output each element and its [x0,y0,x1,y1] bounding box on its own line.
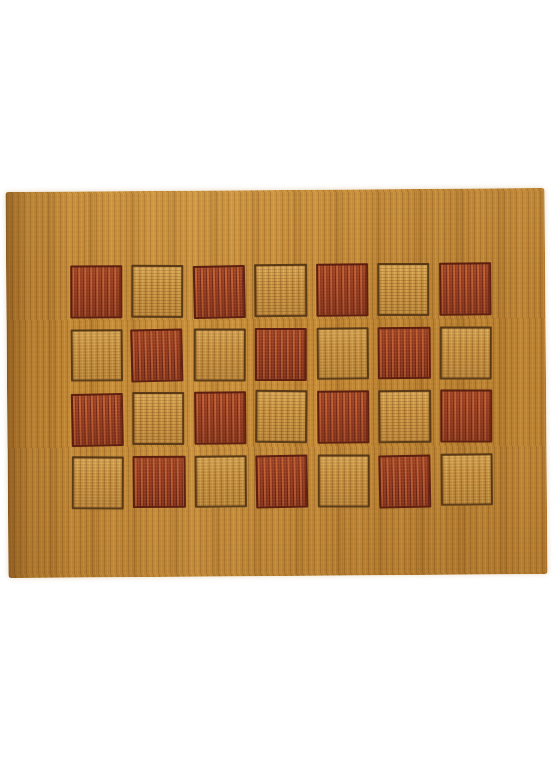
cell-r1c6-gold-square [377,263,430,316]
photo-canvas [0,0,554,778]
checker-grid [70,262,493,508]
rug [5,188,547,578]
cell-r2c3-gold-square [194,328,247,381]
cell-r1c1-red-square [70,265,123,318]
cell-r3c3-red-square [194,391,247,444]
cell-r2c6-red-square [378,326,431,379]
cell-r2c1-gold-square [71,329,124,382]
cell-r1c4-gold-square [254,264,307,317]
cell-r4c7-gold-square [440,453,493,506]
cell-r4c4-red-square [256,454,309,507]
cell-r2c7-gold-square [439,326,492,379]
cell-r3c5-red-square [317,390,370,443]
cell-r2c4-red-square [255,327,308,380]
cell-r4c3-gold-square [194,455,247,508]
cell-r1c7-red-square [439,262,492,315]
cell-r2c2-red-square [131,328,185,382]
cell-r4c2-red-square [133,455,186,508]
cell-r2c5-gold-square [316,327,369,380]
cell-r3c7-red-square [440,389,493,442]
cell-r1c3-red-square [193,265,246,319]
cell-r3c6-gold-square [378,390,431,443]
cell-r1c5-red-square [316,263,369,316]
cell-r3c2-gold-square [133,392,186,445]
cell-r4c6-red-square [378,454,431,508]
cell-r4c1-gold-square [72,456,125,509]
cell-r4c5-gold-square [317,454,370,507]
cell-r3c4-gold-square [255,390,308,443]
cell-r3c1-red-square [71,393,124,447]
cell-r1c2-gold-square [132,265,185,318]
